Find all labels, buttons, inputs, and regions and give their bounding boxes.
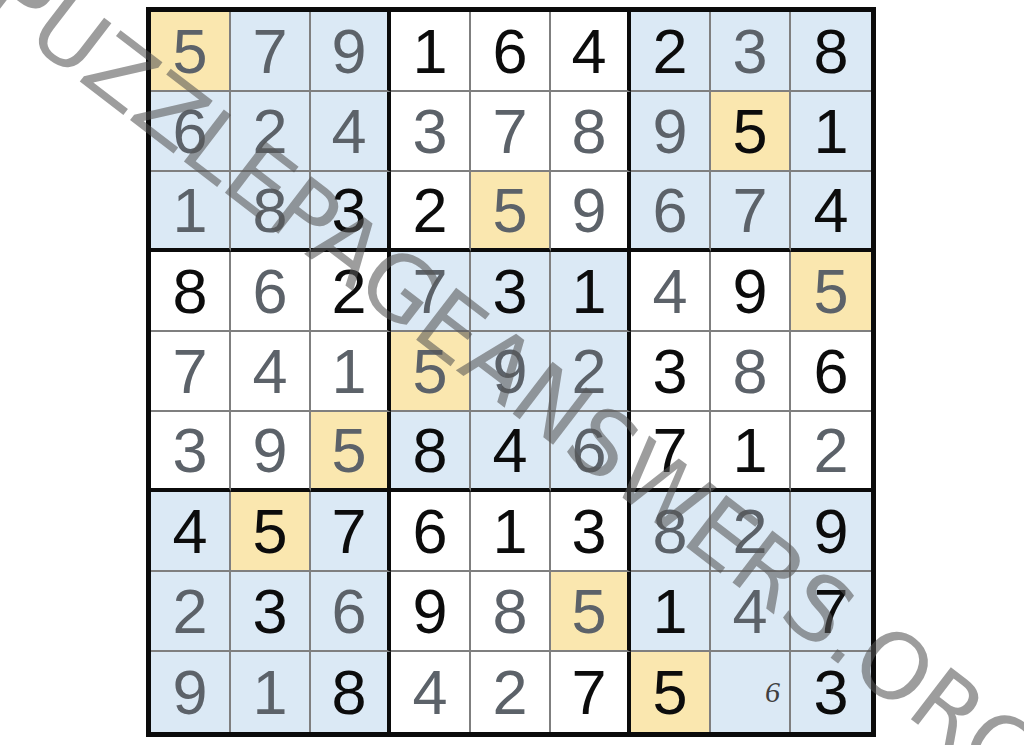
cell-r7c1: 4 — [151, 492, 231, 572]
cell-r4c4: 7 — [391, 252, 471, 332]
cell-r2c8: 5 — [711, 92, 791, 172]
cell-r1c3: 9 — [311, 12, 391, 92]
cell-r6c2: 9 — [231, 412, 311, 492]
cell-r2c5: 7 — [471, 92, 551, 172]
cell-r4c2: 6 — [231, 252, 311, 332]
cell-r1c6: 4 — [551, 12, 631, 92]
cell-r6c1: 3 — [151, 412, 231, 492]
cell-r4c6: 1 — [551, 252, 631, 332]
cell-r5c1: 7 — [151, 332, 231, 412]
cell-r2c3: 4 — [311, 92, 391, 172]
cell-r7c9: 9 — [791, 492, 871, 572]
cell-r8c3: 6 — [311, 572, 391, 652]
cell-r6c6: 6 — [551, 412, 631, 492]
cell-r3c1: 1 — [151, 172, 231, 252]
cell-r7c2: 5 — [231, 492, 311, 572]
cell-r5c8: 8 — [711, 332, 791, 412]
cell-r1c4: 1 — [391, 12, 471, 92]
page: { "game": "sudoku", "watermark": { "text… — [0, 0, 1024, 745]
cell-r6c8: 1 — [711, 412, 791, 492]
cell-r3c7: 6 — [631, 172, 711, 252]
cell-r6c5: 4 — [471, 412, 551, 492]
cell-r1c1: 5 — [151, 12, 231, 92]
cell-r6c3: 5 — [311, 412, 391, 492]
pencil-mark: 6 — [765, 677, 780, 707]
cell-r7c7: 8 — [631, 492, 711, 572]
cell-r7c4: 6 — [391, 492, 471, 572]
cell-r5c5: 9 — [471, 332, 551, 412]
cell-r4c8: 9 — [711, 252, 791, 332]
cell-r5c2: 4 — [231, 332, 311, 412]
cell-r1c8: 3 — [711, 12, 791, 92]
cell-r2c9: 1 — [791, 92, 871, 172]
cell-r8c1: 2 — [151, 572, 231, 652]
cell-r9c8: 6 — [711, 652, 791, 732]
cell-r5c7: 3 — [631, 332, 711, 412]
cell-r2c4: 3 — [391, 92, 471, 172]
cell-r9c1: 9 — [151, 652, 231, 732]
cell-r9c6: 7 — [551, 652, 631, 732]
cell-r3c5: 5 — [471, 172, 551, 252]
cell-r4c3: 2 — [311, 252, 391, 332]
cell-r4c1: 8 — [151, 252, 231, 332]
cell-r1c2: 7 — [231, 12, 311, 92]
cell-r7c6: 3 — [551, 492, 631, 572]
cell-r9c2: 1 — [231, 652, 311, 732]
sudoku-board: 5791642386243789511832596748627314957415… — [146, 7, 876, 737]
cell-r8c9: 7 — [791, 572, 871, 652]
cell-r5c9: 6 — [791, 332, 871, 412]
cell-r5c3: 1 — [311, 332, 391, 412]
cell-r8c2: 3 — [231, 572, 311, 652]
cell-r7c5: 1 — [471, 492, 551, 572]
cell-r7c3: 7 — [311, 492, 391, 572]
cell-r8c6: 5 — [551, 572, 631, 652]
cell-r6c4: 8 — [391, 412, 471, 492]
cell-r8c8: 4 — [711, 572, 791, 652]
cell-r1c7: 2 — [631, 12, 711, 92]
cell-r3c3: 3 — [311, 172, 391, 252]
cell-r8c5: 8 — [471, 572, 551, 652]
cell-r3c4: 2 — [391, 172, 471, 252]
cell-r8c4: 9 — [391, 572, 471, 652]
cell-r5c6: 2 — [551, 332, 631, 412]
cell-r3c2: 8 — [231, 172, 311, 252]
cell-r5c4: 5 — [391, 332, 471, 412]
cell-r4c7: 4 — [631, 252, 711, 332]
cell-r1c5: 6 — [471, 12, 551, 92]
cell-r8c7: 1 — [631, 572, 711, 652]
cell-r4c9: 5 — [791, 252, 871, 332]
cell-r9c5: 2 — [471, 652, 551, 732]
cell-r3c8: 7 — [711, 172, 791, 252]
cell-r7c8: 2 — [711, 492, 791, 572]
cell-r9c4: 4 — [391, 652, 471, 732]
cell-r4c5: 3 — [471, 252, 551, 332]
cell-r2c1: 6 — [151, 92, 231, 172]
cell-r9c3: 8 — [311, 652, 391, 732]
cell-r2c7: 9 — [631, 92, 711, 172]
cell-r1c9: 8 — [791, 12, 871, 92]
cell-r6c7: 7 — [631, 412, 711, 492]
cell-r6c9: 2 — [791, 412, 871, 492]
cell-r9c7: 5 — [631, 652, 711, 732]
cell-r2c6: 8 — [551, 92, 631, 172]
cell-r9c9: 3 — [791, 652, 871, 732]
cell-r3c6: 9 — [551, 172, 631, 252]
cell-r2c2: 2 — [231, 92, 311, 172]
cell-r3c9: 4 — [791, 172, 871, 252]
